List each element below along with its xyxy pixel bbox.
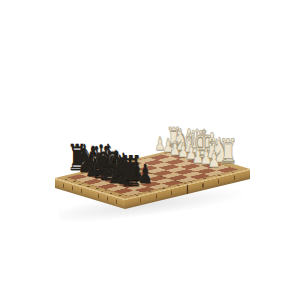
chess-set-photo: ♜♞♝♛♚♝♞♜♟♟♟♟♟♟♟♟♟♟♟♟♟♟♟♟♜♞♝♛♚♝♞♜ — [0, 0, 300, 300]
white-pawn: ♟ — [155, 135, 165, 154]
fold-seam-edge — [187, 185, 188, 194]
